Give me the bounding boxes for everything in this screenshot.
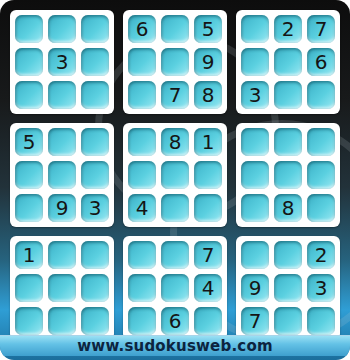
sudoku-cell-r3c6[interactable]: 8 <box>194 81 222 109</box>
sudoku-cell-r2c5[interactable] <box>161 48 189 76</box>
sudoku-cell-r4c8[interactable] <box>274 128 302 156</box>
sudoku-cell-r7c4[interactable] <box>128 241 156 269</box>
sudoku-cell-r8c3[interactable] <box>81 274 109 302</box>
sudoku-cell-r1c8[interactable]: 2 <box>274 15 302 43</box>
sudoku-box-9: 2937 <box>236 236 340 340</box>
sudoku-cell-r8c5[interactable] <box>161 274 189 302</box>
sudoku-cell-r5c9[interactable] <box>307 161 335 189</box>
sudoku-cell-r4c5[interactable]: 8 <box>161 128 189 156</box>
sudoku-box-3: 2763 <box>236 10 340 114</box>
sudoku-cell-r4c1[interactable]: 5 <box>15 128 43 156</box>
sudoku-cell-r1c5[interactable] <box>161 15 189 43</box>
sudoku-cell-r7c2[interactable] <box>48 241 76 269</box>
sudoku-cell-r9c7[interactable]: 7 <box>241 307 269 335</box>
sudoku-cell-r9c9[interactable] <box>307 307 335 335</box>
sudoku-cell-r5c3[interactable] <box>81 161 109 189</box>
sudoku-cell-r8c8[interactable] <box>274 274 302 302</box>
sudoku-cell-r5c5[interactable] <box>161 161 189 189</box>
sudoku-cell-r1c2[interactable] <box>48 15 76 43</box>
sudoku-cell-r3c9[interactable] <box>307 81 335 109</box>
sudoku-cell-r4c2[interactable] <box>48 128 76 156</box>
sudoku-cell-r9c1[interactable] <box>15 307 43 335</box>
sudoku-cell-r4c6[interactable]: 1 <box>194 128 222 156</box>
sudoku-cell-r8c1[interactable] <box>15 274 43 302</box>
sudoku-cell-r6c6[interactable] <box>194 194 222 222</box>
sudoku-cell-r6c1[interactable] <box>15 194 43 222</box>
sudoku-cell-r1c7[interactable] <box>241 15 269 43</box>
site-url[interactable]: www.sudokusweb.com <box>77 337 272 355</box>
sudoku-cell-r3c4[interactable] <box>128 81 156 109</box>
sudoku-box-2: 65978 <box>123 10 227 114</box>
sudoku-cell-r7c5[interactable] <box>161 241 189 269</box>
sudoku-cell-r8c7[interactable]: 9 <box>241 274 269 302</box>
sudoku-box-4: 593 <box>10 123 114 227</box>
sudoku-board-frame: 3659782763593814817462937 www.sudokusweb… <box>0 0 350 360</box>
sudoku-cell-r3c1[interactable] <box>15 81 43 109</box>
sudoku-cell-r2c3[interactable] <box>81 48 109 76</box>
sudoku-cell-r7c6[interactable]: 7 <box>194 241 222 269</box>
sudoku-cell-r9c6[interactable] <box>194 307 222 335</box>
sudoku-cell-r5c1[interactable] <box>15 161 43 189</box>
sudoku-cell-r2c7[interactable] <box>241 48 269 76</box>
sudoku-cell-r2c4[interactable] <box>128 48 156 76</box>
sudoku-cell-r6c8[interactable]: 8 <box>274 194 302 222</box>
sudoku-cell-r2c1[interactable] <box>15 48 43 76</box>
sudoku-cell-r8c6[interactable]: 4 <box>194 274 222 302</box>
sudoku-cell-r7c7[interactable] <box>241 241 269 269</box>
sudoku-box-7: 1 <box>10 236 114 340</box>
sudoku-cell-r7c8[interactable] <box>274 241 302 269</box>
sudoku-cell-r1c3[interactable] <box>81 15 109 43</box>
sudoku-cell-r9c5[interactable]: 6 <box>161 307 189 335</box>
sudoku-cell-r8c2[interactable] <box>48 274 76 302</box>
sudoku-cell-r3c8[interactable] <box>274 81 302 109</box>
sudoku-cell-r9c8[interactable] <box>274 307 302 335</box>
sudoku-cell-r4c4[interactable] <box>128 128 156 156</box>
sudoku-cell-r7c9[interactable]: 2 <box>307 241 335 269</box>
sudoku-cell-r5c6[interactable] <box>194 161 222 189</box>
sudoku-cell-r9c2[interactable] <box>48 307 76 335</box>
sudoku-cell-r5c2[interactable] <box>48 161 76 189</box>
sudoku-cell-r4c3[interactable] <box>81 128 109 156</box>
sudoku-box-1: 3 <box>10 10 114 114</box>
sudoku-cell-r9c4[interactable] <box>128 307 156 335</box>
sudoku-cell-r6c4[interactable]: 4 <box>128 194 156 222</box>
sudoku-cell-r6c5[interactable] <box>161 194 189 222</box>
sudoku-cell-r9c3[interactable] <box>81 307 109 335</box>
sudoku-box-6: 8 <box>236 123 340 227</box>
sudoku-cell-r2c6[interactable]: 9 <box>194 48 222 76</box>
sudoku-box-5: 814 <box>123 123 227 227</box>
sudoku-cell-r1c9[interactable]: 7 <box>307 15 335 43</box>
sudoku-cell-r5c4[interactable] <box>128 161 156 189</box>
sudoku-cell-r2c9[interactable]: 6 <box>307 48 335 76</box>
sudoku-cell-r1c6[interactable]: 5 <box>194 15 222 43</box>
sudoku-grid: 3659782763593814817462937 <box>10 10 340 340</box>
sudoku-cell-r6c3[interactable]: 3 <box>81 194 109 222</box>
sudoku-cell-r5c7[interactable] <box>241 161 269 189</box>
site-footer: www.sudokusweb.com <box>0 335 350 356</box>
sudoku-cell-r1c4[interactable]: 6 <box>128 15 156 43</box>
sudoku-cell-r3c5[interactable]: 7 <box>161 81 189 109</box>
sudoku-cell-r4c7[interactable] <box>241 128 269 156</box>
sudoku-cell-r3c7[interactable]: 3 <box>241 81 269 109</box>
sudoku-cell-r1c1[interactable] <box>15 15 43 43</box>
sudoku-cell-r6c7[interactable] <box>241 194 269 222</box>
sudoku-cell-r7c3[interactable] <box>81 241 109 269</box>
sudoku-cell-r6c9[interactable] <box>307 194 335 222</box>
sudoku-cell-r8c4[interactable] <box>128 274 156 302</box>
sudoku-cell-r5c8[interactable] <box>274 161 302 189</box>
sudoku-cell-r2c2[interactable]: 3 <box>48 48 76 76</box>
sudoku-cell-r3c3[interactable] <box>81 81 109 109</box>
sudoku-box-8: 746 <box>123 236 227 340</box>
sudoku-cell-r4c9[interactable] <box>307 128 335 156</box>
sudoku-cell-r3c2[interactable] <box>48 81 76 109</box>
sudoku-cell-r6c2[interactable]: 9 <box>48 194 76 222</box>
sudoku-cell-r8c9[interactable]: 3 <box>307 274 335 302</box>
sudoku-cell-r7c1[interactable]: 1 <box>15 241 43 269</box>
sudoku-cell-r2c8[interactable] <box>274 48 302 76</box>
